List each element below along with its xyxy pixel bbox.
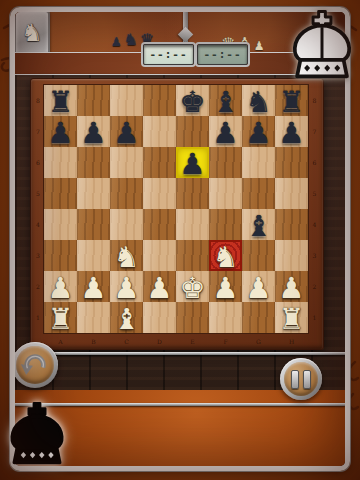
square-h1[interactable]: ♜ — [275, 302, 308, 333]
app-content: ♟♞♛ ♛♝♟ ♞ --:-- --:-- 87654321 876 — [15, 12, 345, 466]
square-a8[interactable]: ♜ — [44, 85, 77, 116]
square-g5[interactable] — [242, 178, 275, 209]
black-king: ♚ — [180, 88, 206, 117]
black-pawn: ♟ — [81, 119, 107, 148]
square-f4[interactable] — [209, 209, 242, 240]
white-king: ♚ — [180, 274, 206, 303]
black-pawn: ♟ — [213, 119, 239, 148]
white-knight: ♞ — [213, 243, 239, 272]
square-a7[interactable]: ♟ — [44, 116, 77, 147]
square-g2[interactable]: ♟ — [242, 271, 275, 302]
square-a3[interactable] — [44, 240, 77, 271]
control-rail-top — [15, 352, 345, 355]
square-e8[interactable]: ♚ — [176, 85, 209, 116]
black-rook: ♜ — [48, 88, 74, 117]
white-rook: ♜ — [48, 305, 74, 334]
rank-label: 7 — [33, 116, 43, 147]
chess-board: 87654321 87654321 ABCDEFGH ♜♚♝♞♜♟♟♟♟♟♟♟♝… — [30, 78, 324, 350]
white-pawn: ♟ — [48, 274, 74, 303]
rank-labels-right: 87654321 — [309, 85, 320, 333]
square-h6[interactable] — [275, 147, 308, 178]
square-h5[interactable] — [275, 178, 308, 209]
black-pawn: ♟ — [279, 119, 305, 148]
square-e6[interactable]: ♟ — [176, 147, 209, 178]
square-b4[interactable] — [77, 209, 110, 240]
square-f8[interactable]: ♝ — [209, 85, 242, 116]
rank-label: 1 — [309, 302, 320, 333]
black-bishop: ♝ — [246, 212, 272, 241]
white-pawn: ♟ — [279, 274, 305, 303]
rank-label: 4 — [309, 209, 320, 240]
chess-app-screen: ♟♞♛ ♛♝♟ ♞ --:-- --:-- 87654321 876 — [0, 0, 360, 480]
file-label: D — [143, 335, 176, 347]
white-pawn: ♟ — [81, 274, 107, 303]
square-b7[interactable]: ♟ — [77, 116, 110, 147]
square-g8[interactable]: ♞ — [242, 85, 275, 116]
rank-label: 8 — [309, 85, 320, 116]
rank-label: 3 — [33, 240, 43, 271]
square-g3[interactable] — [242, 240, 275, 271]
square-e4[interactable] — [176, 209, 209, 240]
square-c1[interactable]: ♝ — [110, 302, 143, 333]
rank-label: 5 — [33, 178, 43, 209]
square-c6[interactable] — [110, 147, 143, 178]
rank-label: 6 — [309, 147, 320, 178]
black-rook: ♜ — [279, 88, 305, 117]
square-c8[interactable] — [110, 85, 143, 116]
black-knight: ♞ — [246, 88, 272, 117]
square-h2[interactable]: ♟ — [275, 271, 308, 302]
control-rail-bottom — [15, 403, 345, 406]
rank-labels-left: 87654321 — [33, 85, 43, 333]
square-c2[interactable]: ♟ — [110, 271, 143, 302]
white-pawn: ♟ — [246, 274, 272, 303]
square-d3[interactable] — [143, 240, 176, 271]
file-label: H — [275, 335, 308, 347]
square-e7[interactable] — [176, 116, 209, 147]
rank-label: 4 — [33, 209, 43, 240]
square-h4[interactable] — [275, 209, 308, 240]
square-a4[interactable] — [44, 209, 77, 240]
square-b6[interactable] — [77, 147, 110, 178]
square-a5[interactable] — [44, 178, 77, 209]
rank-label: 2 — [309, 271, 320, 302]
captured-white-pawn: ♟ — [254, 40, 265, 52]
square-f7[interactable]: ♟ — [209, 116, 242, 147]
undo-arrow-icon — [20, 350, 50, 380]
white-clock-display: --:-- — [143, 44, 194, 65]
square-e2[interactable]: ♚ — [176, 271, 209, 302]
square-f2[interactable]: ♟ — [209, 271, 242, 302]
square-h7[interactable]: ♟ — [275, 116, 308, 147]
black-bishop: ♝ — [213, 88, 239, 117]
lower-background — [15, 390, 345, 466]
white-pawn: ♟ — [114, 274, 140, 303]
square-d1[interactable] — [143, 302, 176, 333]
file-label: E — [176, 335, 209, 347]
square-g4[interactable]: ♝ — [242, 209, 275, 240]
rank-label: 8 — [33, 85, 43, 116]
rank-label: 7 — [309, 116, 320, 147]
square-b5[interactable] — [77, 178, 110, 209]
file-labels-bottom: ABCDEFGH — [44, 335, 308, 347]
square-e1[interactable] — [176, 302, 209, 333]
square-e5[interactable] — [176, 178, 209, 209]
file-label: A — [44, 335, 77, 347]
app-frame: ♟♞♛ ♛♝♟ ♞ --:-- --:-- 87654321 876 — [10, 7, 350, 471]
square-g1[interactable] — [242, 302, 275, 333]
rank-label: 6 — [33, 147, 43, 178]
square-a6[interactable] — [44, 147, 77, 178]
square-b8[interactable] — [77, 85, 110, 116]
rank-label: 2 — [33, 271, 43, 302]
square-b1[interactable] — [77, 302, 110, 333]
square-d5[interactable] — [143, 178, 176, 209]
square-f3[interactable]: ♞ — [209, 240, 242, 271]
square-c3[interactable]: ♞ — [110, 240, 143, 271]
square-e3[interactable] — [176, 240, 209, 271]
black-pawn: ♟ — [246, 119, 272, 148]
file-label: F — [209, 335, 242, 347]
black-pawn: ♟ — [114, 119, 140, 148]
white-pawn: ♟ — [147, 274, 173, 303]
turn-indicator-plaque: ♞ — [15, 12, 50, 56]
rank-label: 1 — [33, 302, 43, 333]
square-b3[interactable] — [77, 240, 110, 271]
square-f6[interactable] — [209, 147, 242, 178]
square-b2[interactable]: ♟ — [77, 271, 110, 302]
white-pawn: ♟ — [213, 274, 239, 303]
square-c5[interactable] — [110, 178, 143, 209]
square-a2[interactable]: ♟ — [44, 271, 77, 302]
square-f5[interactable] — [209, 178, 242, 209]
square-f1[interactable] — [209, 302, 242, 333]
square-d4[interactable] — [143, 209, 176, 240]
white-knight-icon: ♞ — [21, 19, 43, 47]
square-g7[interactable]: ♟ — [242, 116, 275, 147]
white-knight: ♞ — [114, 243, 140, 272]
square-c4[interactable] — [110, 209, 143, 240]
black-pawn: ♟ — [48, 119, 74, 148]
board-grid: ♜♚♝♞♜♟♟♟♟♟♟♟♝♞♞♟♟♟♟♚♟♟♟♜♝♜ — [44, 85, 308, 333]
white-bishop: ♝ — [114, 305, 140, 334]
square-d6[interactable] — [143, 147, 176, 178]
square-c7[interactable]: ♟ — [110, 116, 143, 147]
file-label: G — [242, 335, 275, 347]
square-h8[interactable]: ♜ — [275, 85, 308, 116]
square-a1[interactable]: ♜ — [44, 302, 77, 333]
pause-icon — [284, 362, 318, 396]
square-d2[interactable]: ♟ — [143, 271, 176, 302]
clock-bar: --:-- --:-- — [15, 53, 345, 75]
square-h3[interactable] — [275, 240, 308, 271]
captured-black-knight: ♞ — [124, 32, 138, 48]
captured-black-pawn: ♟ — [111, 36, 122, 48]
rank-label: 5 — [309, 178, 320, 209]
square-g6[interactable] — [242, 147, 275, 178]
pause-button[interactable] — [280, 358, 322, 400]
black-clock-display: --:-- — [197, 44, 248, 65]
file-label: C — [110, 335, 143, 347]
rank-label: 3 — [309, 240, 320, 271]
file-label: B — [77, 335, 110, 347]
white-rook: ♜ — [279, 305, 305, 334]
square-d8[interactable] — [143, 85, 176, 116]
black-pawn: ♟ — [180, 150, 206, 179]
square-d7[interactable] — [143, 116, 176, 147]
